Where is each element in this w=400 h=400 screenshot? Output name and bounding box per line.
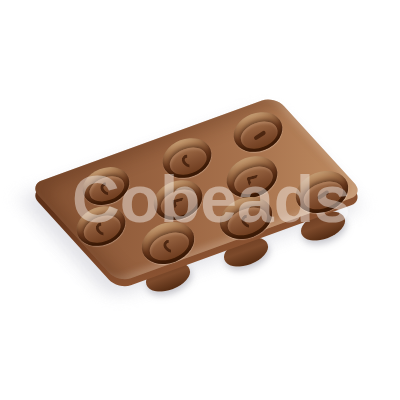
cavity-bracket-motif	[172, 197, 186, 209]
cavity-bracket-motif	[246, 174, 260, 186]
cavity-swirl-motif	[179, 152, 197, 170]
cavity-dash-motif	[317, 190, 330, 200]
cavity-swirl-motif	[160, 238, 178, 256]
cavity-swirl-motif	[238, 213, 256, 231]
product-photo: Cobeads	[0, 0, 400, 400]
cavity-swirl-motif	[93, 220, 111, 238]
cavity-dash-motif	[253, 130, 266, 140]
cavity-swirl-motif	[98, 180, 116, 198]
